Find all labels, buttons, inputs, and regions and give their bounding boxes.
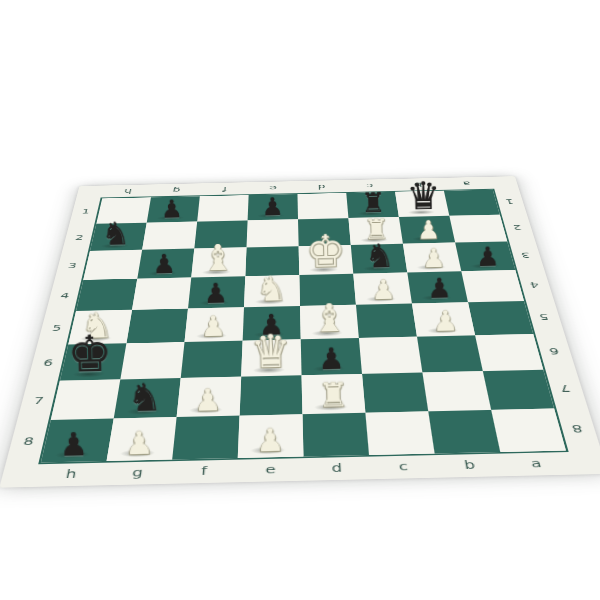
square-g5[interactable] [126, 309, 188, 344]
square-a7[interactable] [483, 370, 554, 410]
piece-black-queen-b1[interactable]: ♛ [406, 177, 441, 216]
file-label-top-e: e [264, 185, 281, 191]
square-a8[interactable] [491, 409, 566, 453]
square-f8[interactable] [172, 416, 239, 460]
square-b6[interactable] [417, 335, 483, 372]
file-label-top-g: g [167, 187, 185, 193]
square-b4[interactable]: ♟ [407, 271, 468, 303]
square-b2[interactable]: ♟ [399, 216, 455, 244]
square-e8[interactable]: ♟ [238, 414, 304, 458]
piece-black-pawn-a3[interactable]: ♟ [476, 243, 500, 270]
rank-label-left-7: 7 [27, 395, 51, 405]
square-d7[interactable]: ♜ [302, 374, 366, 414]
square-e6[interactable]: ♛ [241, 339, 301, 376]
product-photo-canvas: ♟♟♜♛♞♜♟♟♝♚♞♟♟♟♞♟♟♞♟♟♝♟♚♛♟♞♟♜♟♟♟ hhggffee… [0, 0, 600, 600]
square-a2[interactable] [449, 215, 507, 243]
square-h7[interactable] [51, 379, 121, 420]
piece-black-knight-g7[interactable]: ♞ [127, 378, 162, 417]
rank-label-left-4: 4 [54, 291, 76, 299]
file-label-top-a: a [457, 180, 476, 186]
file-label-bottom-g: g [125, 466, 150, 478]
piece-white-bishop-f3[interactable]: ♝ [202, 240, 235, 276]
piece-black-knight-c3[interactable]: ♞ [365, 239, 395, 272]
piece-white-queen-e6[interactable]: ♛ [250, 329, 292, 375]
rank-label-left-2: 2 [69, 234, 89, 241]
piece-white-rook-d7[interactable]: ♜ [318, 378, 349, 412]
square-c5[interactable] [356, 303, 417, 338]
file-label-bottom-c: c [391, 460, 416, 472]
piece-white-knight-e4[interactable]: ♞ [256, 271, 287, 306]
rank-label-right-4: 4 [523, 281, 545, 289]
square-a5[interactable] [468, 301, 533, 335]
piece-black-pawn-e1[interactable]: ♟ [261, 194, 283, 219]
square-b7[interactable] [422, 371, 491, 411]
square-a6[interactable] [475, 334, 543, 371]
file-label-bottom-h: h [58, 468, 84, 480]
file-label-top-f: f [216, 186, 234, 192]
rank-label-right-2: 2 [507, 224, 527, 231]
square-d8[interactable] [302, 413, 369, 457]
square-f5[interactable]: ♟ [185, 307, 244, 342]
piece-black-pawn-d6[interactable]: ♟ [318, 344, 345, 374]
square-b8[interactable] [428, 410, 500, 454]
piece-black-pawn-f4[interactable]: ♟ [203, 280, 228, 308]
square-h3[interactable] [83, 250, 142, 280]
piece-white-pawn-e8[interactable]: ♟ [256, 424, 285, 456]
piece-black-pawn-g3[interactable]: ♟ [152, 251, 176, 278]
rank-label-left-8: 8 [16, 436, 42, 447]
piece-white-pawn-g8[interactable]: ♟ [125, 427, 154, 459]
file-label-bottom-e: e [259, 463, 283, 475]
rank-label-right-7: 7 [553, 383, 578, 393]
square-d6[interactable]: ♟ [301, 338, 362, 375]
chess-mat: ♟♟♜♛♞♜♟♟♝♚♞♟♟♟♞♟♟♞♟♟♝♟♚♛♟♞♟♜♟♟♟ hhggffee… [0, 176, 600, 487]
piece-white-pawn-b2[interactable]: ♟ [417, 217, 440, 243]
square-c3[interactable]: ♞ [351, 244, 408, 274]
rank-label-right-3: 3 [515, 251, 536, 259]
square-d3[interactable]: ♚ [299, 245, 354, 275]
rank-label-right-8: 8 [564, 423, 590, 434]
square-g1[interactable]: ♟ [147, 196, 200, 222]
square-e2[interactable] [246, 219, 298, 247]
square-h6[interactable]: ♚ [60, 343, 127, 381]
square-a4[interactable] [461, 270, 524, 302]
square-d1[interactable] [297, 193, 348, 219]
square-g8[interactable]: ♟ [107, 417, 177, 461]
square-f7[interactable]: ♟ [177, 377, 242, 417]
piece-white-king-d3[interactable]: ♚ [305, 229, 346, 274]
file-label-bottom-f: f [192, 465, 217, 477]
square-c6[interactable] [359, 337, 423, 374]
piece-white-pawn-f5[interactable]: ♟ [200, 312, 226, 341]
rank-label-right-5: 5 [532, 312, 555, 321]
piece-black-pawn-h8[interactable]: ♟ [59, 428, 88, 460]
square-g4[interactable] [132, 277, 191, 309]
piece-white-pawn-f7[interactable]: ♟ [194, 384, 222, 415]
square-c4[interactable]: ♟ [353, 273, 412, 305]
square-e4[interactable]: ♞ [244, 275, 300, 307]
square-f1[interactable] [197, 195, 248, 221]
square-e7[interactable] [240, 375, 303, 415]
piece-white-bishop-d5[interactable]: ♝ [312, 299, 347, 338]
piece-black-king-h6[interactable]: ♚ [67, 329, 113, 380]
file-label-bottom-b: b [457, 459, 483, 471]
rank-label-left-3: 3 [62, 262, 83, 270]
chess-board: ♟♟♜♛♞♜♟♟♝♚♞♟♟♟♞♟♟♞♟♟♝♟♚♛♟♞♟♜♟♟♟ [41, 190, 566, 463]
piece-black-pawn-b4[interactable]: ♟ [427, 274, 452, 302]
file-label-top-h: h [119, 188, 137, 194]
piece-black-pawn-g1[interactable]: ♟ [161, 197, 183, 222]
rank-label-right-1: 1 [500, 198, 520, 205]
square-c8[interactable] [365, 411, 434, 455]
rank-label-left-1: 1 [76, 208, 95, 215]
square-c7[interactable] [362, 373, 428, 413]
piece-black-knight-h2[interactable]: ♞ [101, 217, 130, 249]
square-a1[interactable] [444, 190, 500, 216]
square-f4[interactable]: ♟ [188, 276, 245, 308]
square-h2[interactable]: ♞ [90, 223, 147, 251]
square-d5[interactable]: ♝ [300, 305, 359, 340]
square-f3[interactable]: ♝ [191, 247, 246, 277]
square-b3[interactable]: ♟ [403, 243, 461, 273]
piece-white-pawn-c4[interactable]: ♟ [371, 276, 396, 304]
square-b5[interactable]: ♟ [412, 302, 475, 337]
rank-label-left-5: 5 [46, 323, 68, 332]
square-b1[interactable]: ♛ [395, 191, 449, 217]
file-label-top-d: d [313, 184, 331, 190]
square-a3[interactable]: ♟ [455, 241, 515, 271]
square-g2[interactable] [142, 222, 197, 250]
square-h8[interactable]: ♟ [41, 419, 114, 463]
square-e1[interactable]: ♟ [248, 194, 298, 220]
piece-white-pawn-b5[interactable]: ♟ [433, 307, 459, 336]
square-g7[interactable]: ♞ [114, 378, 181, 418]
rank-label-right-6: 6 [542, 347, 566, 356]
rank-label-left-6: 6 [37, 358, 60, 368]
piece-white-pawn-b3[interactable]: ♟ [422, 245, 446, 272]
file-label-bottom-d: d [325, 462, 349, 474]
square-f6[interactable] [181, 341, 243, 378]
square-g3[interactable]: ♟ [137, 249, 194, 279]
file-label-bottom-a: a [523, 457, 549, 469]
